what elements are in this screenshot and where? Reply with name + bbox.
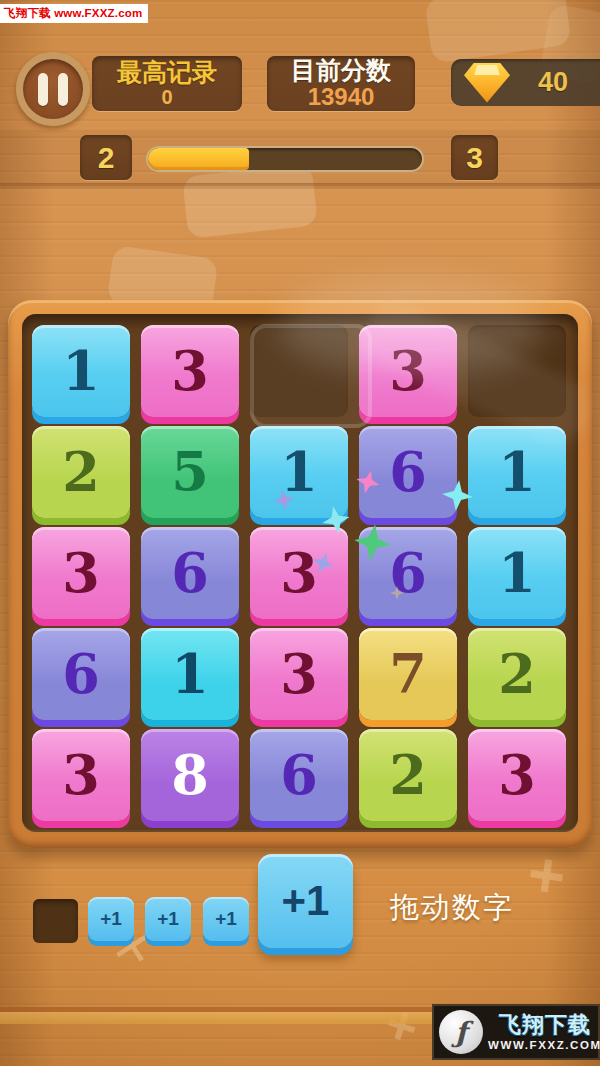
tile-2[interactable]: 2: [32, 426, 130, 518]
decor-plus-icon: +: [377, 991, 426, 1060]
tray-tile-plus1[interactable]: +1: [203, 897, 249, 941]
gem-count: 40: [538, 67, 568, 98]
board-cell[interactable]: 2: [359, 729, 457, 821]
decor-shape: [182, 163, 318, 238]
tile-5[interactable]: 5: [141, 426, 239, 518]
tray-tile-label: +1: [100, 908, 122, 930]
board-cell[interactable]: 3: [141, 325, 239, 417]
tile-number: 3: [498, 743, 536, 807]
tile-number: 6: [280, 743, 318, 807]
tile-1[interactable]: 1: [32, 325, 130, 417]
game-board: 13325161363616137238623: [8, 300, 592, 848]
tile-number: 1: [498, 440, 536, 504]
highlight-cell-outline: [250, 324, 372, 428]
current-tile-label: +1: [282, 877, 330, 925]
tile-number: 2: [62, 440, 100, 504]
tile-number: 1: [498, 541, 536, 605]
tile-6[interactable]: 6: [32, 628, 130, 720]
board-cell[interactable]: 6: [32, 628, 130, 720]
tile-3[interactable]: 3: [32, 729, 130, 821]
tile-7[interactable]: 7: [359, 628, 457, 720]
tile-number: 7: [389, 642, 427, 706]
tile-1[interactable]: 1: [468, 527, 566, 619]
board-cell[interactable]: 7: [359, 628, 457, 720]
bottom-watermark-url: WWW.FXXZ.COM: [488, 1039, 600, 1051]
tile-1[interactable]: 1: [250, 426, 348, 518]
tile-number: 3: [171, 339, 209, 403]
tile-number: 1: [62, 339, 100, 403]
tray-tile-plus1[interactable]: +1: [88, 897, 134, 941]
drag-hint-text: 拖动数字: [390, 888, 514, 928]
tile-number: 1: [280, 440, 318, 504]
board-cell[interactable]: 3: [468, 729, 566, 821]
current-score-panel: 目前分数 13940: [267, 56, 415, 111]
best-score-value: 0: [161, 86, 172, 108]
board-cell[interactable]: 6: [141, 527, 239, 619]
tray-tile-label: +1: [157, 908, 179, 930]
tile-6[interactable]: 6: [141, 527, 239, 619]
tile-2[interactable]: 2: [359, 729, 457, 821]
tile-number: 5: [171, 440, 209, 504]
tile-number: 2: [389, 743, 427, 807]
tile-3[interactable]: 3: [250, 527, 348, 619]
current-level-badge: 2: [80, 135, 132, 180]
tray-tile-plus1[interactable]: +1: [145, 897, 191, 941]
tray-tile-label: +1: [215, 908, 237, 930]
tile-number: 8: [171, 743, 209, 807]
bottom-watermark: ƒ 飞翔下载 WWW.FXXZ.COM: [432, 1004, 600, 1060]
decor-shape: [424, 0, 572, 63]
board-cell[interactable]: 8: [141, 729, 239, 821]
tile-number: 6: [389, 440, 427, 504]
gem-counter-panel: 40: [451, 59, 600, 106]
tile-3[interactable]: 3: [32, 527, 130, 619]
tile-6[interactable]: 6: [250, 729, 348, 821]
tile-number: 6: [171, 541, 209, 605]
tile-3[interactable]: 3: [141, 325, 239, 417]
tile-1[interactable]: 1: [141, 628, 239, 720]
board-cell[interactable]: 3: [32, 527, 130, 619]
board-cell[interactable]: 1: [468, 527, 566, 619]
board-cell[interactable]: 2: [468, 628, 566, 720]
tile-number: 3: [280, 642, 318, 706]
pause-icon: [58, 73, 68, 106]
top-watermark: 飞翔下载 www.FXXZ.com: [0, 4, 148, 23]
board-cell[interactable]: 6: [250, 729, 348, 821]
next-level-badge: 3: [451, 135, 498, 180]
board-cell[interactable]: 3: [32, 729, 130, 821]
current-level-value: 2: [98, 141, 115, 175]
gem-icon: [464, 63, 510, 103]
tile-number: 3: [62, 541, 100, 605]
board-cell[interactable]: 6: [359, 426, 457, 518]
top-watermark-text: 飞翔下载 www.FXXZ.com: [4, 7, 142, 19]
tile-number: 6: [62, 642, 100, 706]
level-progress-bar: [146, 146, 424, 172]
pause-button[interactable]: [16, 52, 90, 126]
tile-number: 2: [498, 642, 536, 706]
tile-3[interactable]: 3: [468, 729, 566, 821]
current-score-value: 13940: [308, 84, 375, 111]
board-cell[interactable]: 3: [250, 527, 348, 619]
board-cell[interactable]: 1: [32, 325, 130, 417]
tile-number: 6: [389, 541, 427, 605]
pause-icon: [38, 73, 48, 106]
board-cell[interactable]: 2: [32, 426, 130, 518]
tile-3[interactable]: 3: [250, 628, 348, 720]
board-cell[interactable]: 1: [250, 426, 348, 518]
best-score-panel: 最高记录 0: [92, 56, 242, 111]
board-cell[interactable]: 3: [250, 628, 348, 720]
plank-seam: [0, 183, 600, 186]
current-draggable-tile[interactable]: +1: [258, 854, 353, 948]
current-score-label: 目前分数: [291, 56, 391, 84]
tile-8[interactable]: 8: [141, 729, 239, 821]
fxxz-logo-icon: ƒ: [439, 1010, 483, 1054]
next-level-value: 3: [466, 141, 483, 175]
board-cell[interactable]: 5: [141, 426, 239, 518]
progress-fill: [148, 148, 249, 170]
tray-empty-slot: [33, 899, 78, 943]
tile-number: 3: [280, 541, 318, 605]
tile-number: 3: [62, 743, 100, 807]
best-score-label: 最高记录: [117, 58, 217, 86]
tile-number: 1: [171, 642, 209, 706]
tile-6[interactable]: 6: [359, 426, 457, 518]
bottom-watermark-title: 飞翔下载: [499, 1013, 591, 1036]
tile-2[interactable]: 2: [468, 628, 566, 720]
board-cell[interactable]: 1: [141, 628, 239, 720]
